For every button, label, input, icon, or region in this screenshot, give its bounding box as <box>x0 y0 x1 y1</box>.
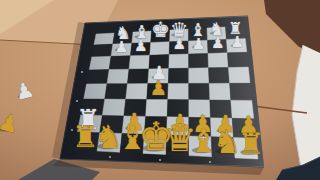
frame-screw-dot <box>209 161 211 163</box>
piece-black-pawn-e5[interactable]: ♟ <box>149 77 167 100</box>
piece-white-pawn-f2[interactable]: ♟ <box>134 37 148 55</box>
piece-white-pawn-a2[interactable]: ♟ <box>230 33 244 51</box>
chess-photo: ♟♟ ♜♞♝♛♚♝♞♟♟♟♟♟♟♟♟♟♟♟♟♟♜♜♞♝♛♚♝♞♜ <box>0 0 320 180</box>
frame-screw-dot <box>109 156 111 158</box>
piece-white-king-e1[interactable]: ♚ <box>151 17 170 42</box>
frame-screw-dot <box>76 100 78 102</box>
piece-white-pawn-c2[interactable]: ♟ <box>192 35 206 53</box>
piece-black-rook-h8[interactable]: ♜ <box>72 120 98 154</box>
frame-screw-dot <box>81 71 83 73</box>
piece-white-pawn-d2[interactable]: ♟ <box>173 35 187 53</box>
piece-white-pawn-g2[interactable]: ♟ <box>115 38 129 56</box>
piece-black-knight-g8[interactable]: ♞ <box>94 118 123 156</box>
frame-screw-dot <box>159 159 161 161</box>
piece-white-pawn-b2[interactable]: ♟ <box>211 34 225 52</box>
photo-scene: ♟♟ ♜♞♝♛♚♝♞♟♟♟♟♟♟♟♟♟♟♟♟♟♜♜♞♝♛♚♝♞♜ <box>0 0 320 180</box>
piece-black-rook-a8[interactable]: ♜ <box>238 127 264 161</box>
